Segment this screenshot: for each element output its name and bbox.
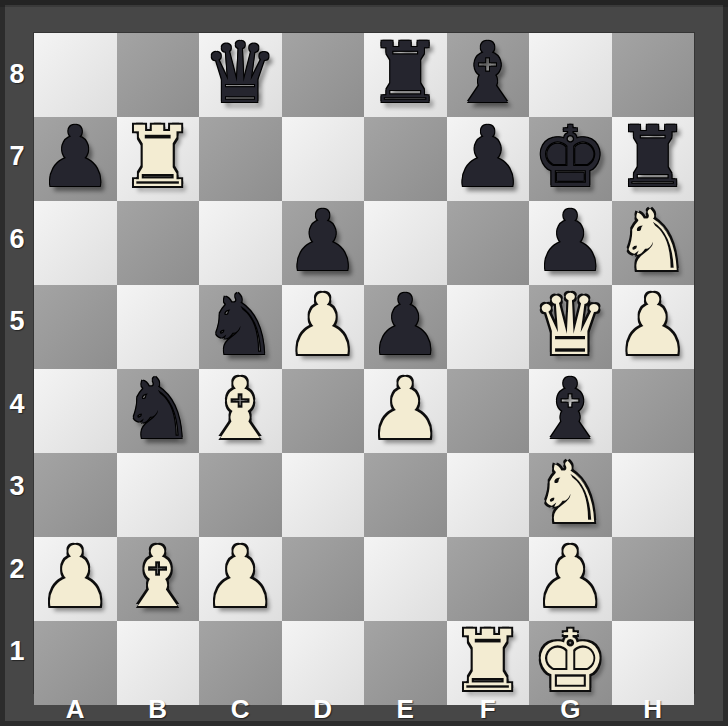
black-bishop-piece[interactable]: ♝	[450, 31, 525, 115]
white-king-piece[interactable]: ♚	[533, 619, 608, 703]
black-rook-piece[interactable]: ♜	[615, 115, 690, 199]
rank-labels: 87654321	[0, 33, 34, 693]
square-e6[interactable]	[364, 201, 447, 285]
square-f6[interactable]	[447, 201, 530, 285]
square-d6[interactable]: ♟	[282, 201, 365, 285]
black-pawn-piece[interactable]: ♟	[368, 283, 443, 367]
black-knight-piece[interactable]: ♞	[203, 283, 278, 367]
square-h3[interactable]	[612, 453, 695, 537]
square-g8[interactable]	[529, 33, 612, 117]
square-c5[interactable]: ♞	[199, 285, 282, 369]
square-d5[interactable]: ♟	[282, 285, 365, 369]
black-pawn-piece[interactable]: ♟	[38, 115, 113, 199]
square-e7[interactable]	[364, 117, 447, 201]
square-f8[interactable]: ♝	[447, 33, 530, 117]
square-a2[interactable]: ♟	[34, 537, 117, 621]
rank-label-3: 3	[0, 446, 34, 529]
file-labels: ABCDEFGH	[34, 693, 694, 726]
square-f2[interactable]	[447, 537, 530, 621]
square-e3[interactable]	[364, 453, 447, 537]
square-g6[interactable]: ♟	[529, 201, 612, 285]
square-a7[interactable]: ♟	[34, 117, 117, 201]
square-b8[interactable]	[117, 33, 200, 117]
square-g3[interactable]: ♞	[529, 453, 612, 537]
white-queen-piece[interactable]: ♛	[533, 283, 608, 367]
black-pawn-piece[interactable]: ♟	[533, 199, 608, 283]
square-a6[interactable]	[34, 201, 117, 285]
square-f3[interactable]	[447, 453, 530, 537]
white-rook-piece[interactable]: ♜	[120, 115, 195, 199]
square-b4[interactable]: ♞	[117, 369, 200, 453]
square-b6[interactable]	[117, 201, 200, 285]
black-queen-piece[interactable]: ♛	[203, 31, 278, 115]
square-a3[interactable]	[34, 453, 117, 537]
square-f7[interactable]: ♟	[447, 117, 530, 201]
chess-board-frame: 87654321 ♛♜♝♟♜♟♚♜♟♟♞♞♟♟♛♟♞♝♟♝♞♟♝♟♟♜♚ ABC…	[0, 0, 728, 726]
rank-label-4: 4	[0, 363, 34, 446]
square-f5[interactable]	[447, 285, 530, 369]
square-c2[interactable]: ♟	[199, 537, 282, 621]
square-f4[interactable]	[447, 369, 530, 453]
square-a8[interactable]	[34, 33, 117, 117]
square-b2[interactable]: ♝	[117, 537, 200, 621]
square-e5[interactable]: ♟	[364, 285, 447, 369]
white-pawn-piece[interactable]: ♟	[615, 283, 690, 367]
square-c4[interactable]: ♝	[199, 369, 282, 453]
square-d4[interactable]	[282, 369, 365, 453]
square-g2[interactable]: ♟	[529, 537, 612, 621]
square-c3[interactable]	[199, 453, 282, 537]
file-label-f: F	[447, 693, 530, 726]
rank-label-7: 7	[0, 116, 34, 199]
square-g5[interactable]: ♛	[529, 285, 612, 369]
black-bishop-piece[interactable]: ♝	[533, 367, 608, 451]
square-d8[interactable]	[282, 33, 365, 117]
rank-label-8: 8	[0, 33, 34, 116]
file-label-b: B	[117, 693, 200, 726]
white-pawn-piece[interactable]: ♟	[285, 283, 360, 367]
rank-label-2: 2	[0, 528, 34, 611]
square-g7[interactable]: ♚	[529, 117, 612, 201]
black-pawn-piece[interactable]: ♟	[450, 115, 525, 199]
rank-label-6: 6	[0, 198, 34, 281]
white-bishop-piece[interactable]: ♝	[203, 367, 278, 451]
square-g4[interactable]: ♝	[529, 369, 612, 453]
square-d2[interactable]	[282, 537, 365, 621]
file-label-a: A	[34, 693, 117, 726]
black-rook-piece[interactable]: ♜	[368, 31, 443, 115]
square-a4[interactable]	[34, 369, 117, 453]
file-label-e: E	[364, 693, 447, 726]
square-h5[interactable]: ♟	[612, 285, 695, 369]
square-c7[interactable]	[199, 117, 282, 201]
square-h6[interactable]: ♞	[612, 201, 695, 285]
square-h4[interactable]	[612, 369, 695, 453]
file-label-d: D	[282, 693, 365, 726]
square-e8[interactable]: ♜	[364, 33, 447, 117]
white-pawn-piece[interactable]: ♟	[533, 535, 608, 619]
square-h7[interactable]: ♜	[612, 117, 695, 201]
file-label-c: C	[199, 693, 282, 726]
black-pawn-piece[interactable]: ♟	[285, 199, 360, 283]
white-bishop-piece[interactable]: ♝	[120, 535, 195, 619]
white-pawn-piece[interactable]: ♟	[203, 535, 278, 619]
white-pawn-piece[interactable]: ♟	[368, 367, 443, 451]
white-knight-piece[interactable]: ♞	[615, 199, 690, 283]
black-knight-piece[interactable]: ♞	[120, 367, 195, 451]
square-b5[interactable]	[117, 285, 200, 369]
square-h8[interactable]	[612, 33, 695, 117]
white-knight-piece[interactable]: ♞	[533, 451, 608, 535]
square-b3[interactable]	[117, 453, 200, 537]
rank-label-1: 1	[0, 611, 34, 694]
square-c8[interactable]: ♛	[199, 33, 282, 117]
square-a5[interactable]	[34, 285, 117, 369]
board: ♛♜♝♟♜♟♚♜♟♟♞♞♟♟♛♟♞♝♟♝♞♟♝♟♟♜♚	[34, 33, 694, 693]
square-d7[interactable]	[282, 117, 365, 201]
black-king-piece[interactable]: ♚	[533, 115, 608, 199]
rank-label-5: 5	[0, 281, 34, 364]
white-rook-piece[interactable]: ♜	[450, 619, 525, 703]
square-d3[interactable]	[282, 453, 365, 537]
white-pawn-piece[interactable]: ♟	[38, 535, 113, 619]
square-h2[interactable]	[612, 537, 695, 621]
square-c6[interactable]	[199, 201, 282, 285]
square-e2[interactable]	[364, 537, 447, 621]
square-e4[interactable]: ♟	[364, 369, 447, 453]
file-label-g: G	[529, 693, 612, 726]
file-label-h: H	[612, 693, 695, 726]
square-b7[interactable]: ♜	[117, 117, 200, 201]
